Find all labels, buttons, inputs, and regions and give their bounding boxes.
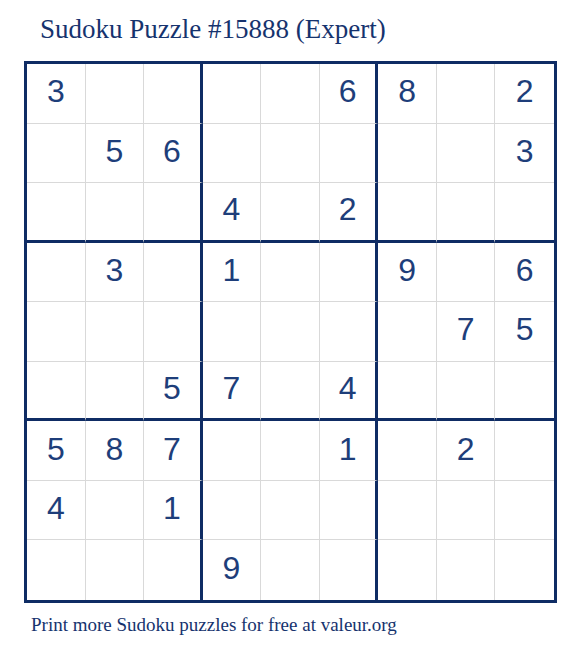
cell-r4c1 (27, 243, 86, 303)
cell-r9c6 (320, 540, 379, 600)
cell-r4c7: 9 (378, 243, 437, 303)
cell-r6c4: 7 (203, 362, 262, 422)
footer-text: Print more Sudoku puzzles for free at va… (31, 614, 397, 636)
cell-r5c9: 5 (495, 302, 554, 362)
cell-r9c3 (144, 540, 203, 600)
cell-r6c8 (437, 362, 496, 422)
cell-r5c8: 7 (437, 302, 496, 362)
cell-r9c7 (378, 540, 437, 600)
cell-r3c8 (437, 183, 496, 243)
cell-r7c8: 2 (437, 421, 496, 481)
cell-r9c8 (437, 540, 496, 600)
cell-r2c7 (378, 124, 437, 184)
cell-r6c9 (495, 362, 554, 422)
cell-r8c5 (261, 481, 320, 541)
cell-r8c4 (203, 481, 262, 541)
cell-r4c3 (144, 243, 203, 303)
cell-r3c5 (261, 183, 320, 243)
cell-r7c3: 7 (144, 421, 203, 481)
cell-r3c4: 4 (203, 183, 262, 243)
cell-r5c1 (27, 302, 86, 362)
cell-r7c2: 8 (86, 421, 145, 481)
cell-r3c7 (378, 183, 437, 243)
cell-r9c1 (27, 540, 86, 600)
cell-r9c9 (495, 540, 554, 600)
cell-r8c2 (86, 481, 145, 541)
cell-r2c6 (320, 124, 379, 184)
cell-r1c2 (86, 64, 145, 124)
cell-r8c6 (320, 481, 379, 541)
cell-r4c4: 1 (203, 243, 262, 303)
cell-r1c8 (437, 64, 496, 124)
cell-r6c2 (86, 362, 145, 422)
cell-r6c6: 4 (320, 362, 379, 422)
cell-r7c6: 1 (320, 421, 379, 481)
cell-r3c1 (27, 183, 86, 243)
cell-r6c7 (378, 362, 437, 422)
cell-r1c4 (203, 64, 262, 124)
cell-r8c3: 1 (144, 481, 203, 541)
cell-r1c1: 3 (27, 64, 86, 124)
cell-r2c4 (203, 124, 262, 184)
cell-r2c3: 6 (144, 124, 203, 184)
cell-r2c1 (27, 124, 86, 184)
cell-r9c5 (261, 540, 320, 600)
cell-r5c5 (261, 302, 320, 362)
cell-r9c2 (86, 540, 145, 600)
cell-r2c5 (261, 124, 320, 184)
cell-r7c4 (203, 421, 262, 481)
page-title: Sudoku Puzzle #15888 (Expert) (40, 14, 386, 45)
cell-r8c1: 4 (27, 481, 86, 541)
cell-r8c7 (378, 481, 437, 541)
cell-r7c7 (378, 421, 437, 481)
cell-r1c7: 8 (378, 64, 437, 124)
cell-r3c9 (495, 183, 554, 243)
cell-r8c8 (437, 481, 496, 541)
cell-r9c4: 9 (203, 540, 262, 600)
cell-r1c5 (261, 64, 320, 124)
cell-r5c4 (203, 302, 262, 362)
cell-r1c6: 6 (320, 64, 379, 124)
cell-r3c6: 2 (320, 183, 379, 243)
cell-r2c8 (437, 124, 496, 184)
cell-r7c1: 5 (27, 421, 86, 481)
cell-r6c1 (27, 362, 86, 422)
cell-r2c9: 3 (495, 124, 554, 184)
cell-r3c3 (144, 183, 203, 243)
cell-r2c2: 5 (86, 124, 145, 184)
cell-r6c5 (261, 362, 320, 422)
cell-r5c7 (378, 302, 437, 362)
cell-r5c6 (320, 302, 379, 362)
cell-r4c8 (437, 243, 496, 303)
cell-r1c9: 2 (495, 64, 554, 124)
cell-r5c3 (144, 302, 203, 362)
cell-r5c2 (86, 302, 145, 362)
cell-r4c5 (261, 243, 320, 303)
cell-r6c3: 5 (144, 362, 203, 422)
cell-r7c5 (261, 421, 320, 481)
cell-r3c2 (86, 183, 145, 243)
cell-r7c9 (495, 421, 554, 481)
cell-r4c9: 6 (495, 243, 554, 303)
sudoku-grid: 36825634231967557458712419 (24, 61, 557, 603)
cell-r4c2: 3 (86, 243, 145, 303)
cell-r4c6 (320, 243, 379, 303)
cell-r1c3 (144, 64, 203, 124)
cell-r8c9 (495, 481, 554, 541)
